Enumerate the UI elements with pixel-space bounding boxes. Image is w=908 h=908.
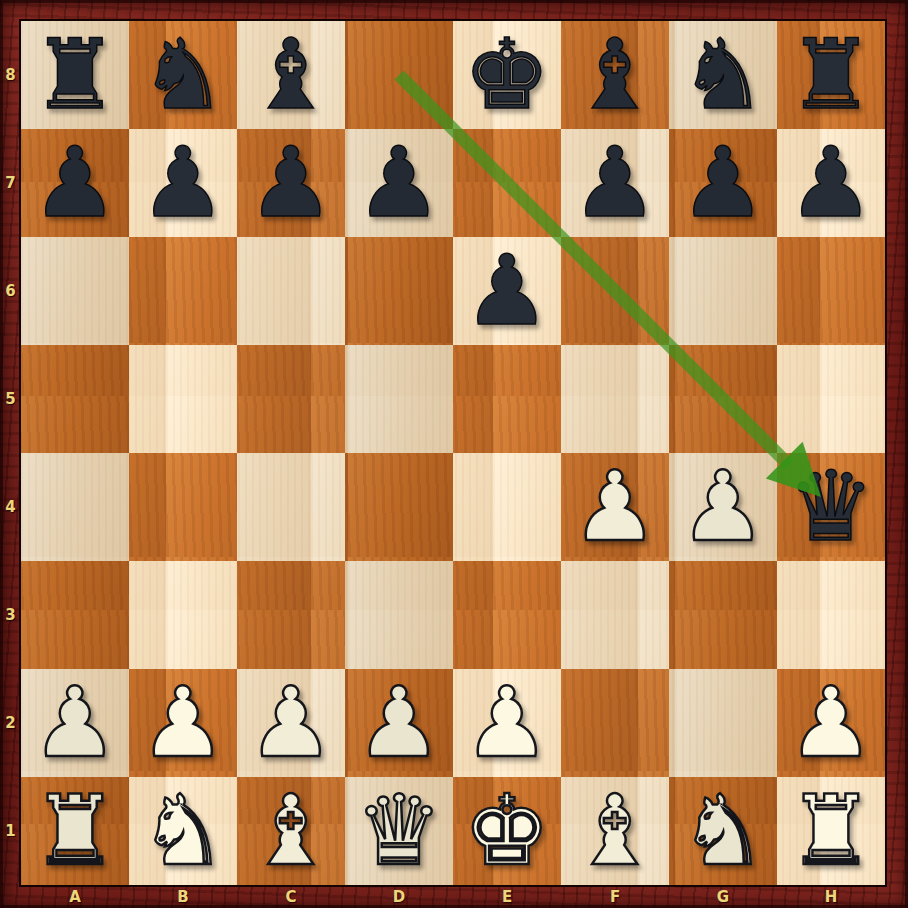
square-f5[interactable] [561,345,669,453]
square-g8[interactable]: ♞ [669,21,777,129]
piece-white-bishop[interactable]: ♝ [248,777,335,885]
rank-label-2: 2 [0,669,21,777]
square-c3[interactable] [237,561,345,669]
piece-black-pawn[interactable]: ♟ [356,129,443,237]
square-c8[interactable]: ♝ [237,21,345,129]
square-h3[interactable] [777,561,885,669]
square-a7[interactable]: ♟ [21,129,129,237]
rank-label-3: 3 [0,561,21,669]
piece-black-pawn[interactable]: ♟ [32,129,119,237]
piece-black-pawn[interactable]: ♟ [572,129,659,237]
square-b8[interactable]: ♞ [129,21,237,129]
piece-black-king[interactable]: ♚ [464,21,551,129]
square-d1[interactable]: ♛ [345,777,453,885]
piece-white-pawn[interactable]: ♟ [464,669,551,777]
square-g7[interactable]: ♟ [669,129,777,237]
piece-black-pawn[interactable]: ♟ [788,129,875,237]
square-f7[interactable]: ♟ [561,129,669,237]
file-label-f: F [561,885,669,908]
square-e1[interactable]: ♚ [453,777,561,885]
square-g6[interactable] [669,237,777,345]
piece-black-knight[interactable]: ♞ [680,21,767,129]
square-d3[interactable] [345,561,453,669]
rank-label-8: 8 [0,21,21,129]
piece-white-pawn[interactable]: ♟ [140,669,227,777]
square-f2[interactable] [561,669,669,777]
square-a4[interactable] [21,453,129,561]
square-b3[interactable] [129,561,237,669]
piece-white-pawn[interactable]: ♟ [788,669,875,777]
piece-white-knight[interactable]: ♞ [680,777,767,885]
square-d7[interactable]: ♟ [345,129,453,237]
square-g4[interactable]: ♟ [669,453,777,561]
rank-label-1: 1 [0,777,21,885]
square-h8[interactable]: ♜ [777,21,885,129]
square-d8[interactable] [345,21,453,129]
piece-black-pawn[interactable]: ♟ [464,237,551,345]
file-label-c: C [237,885,345,908]
file-label-g: G [669,885,777,908]
square-g2[interactable] [669,669,777,777]
piece-black-pawn[interactable]: ♟ [140,129,227,237]
square-f4[interactable]: ♟ [561,453,669,561]
square-h1[interactable]: ♜ [777,777,885,885]
square-f3[interactable] [561,561,669,669]
piece-white-pawn[interactable]: ♟ [356,669,443,777]
square-b1[interactable]: ♞ [129,777,237,885]
piece-black-bishop[interactable]: ♝ [248,21,335,129]
square-e6[interactable]: ♟ [453,237,561,345]
square-g3[interactable] [669,561,777,669]
piece-white-queen[interactable]: ♛ [356,777,443,885]
square-f8[interactable]: ♝ [561,21,669,129]
file-label-e: E [453,885,561,908]
square-h2[interactable]: ♟ [777,669,885,777]
piece-white-pawn[interactable]: ♟ [680,453,767,561]
square-d6[interactable] [345,237,453,345]
square-f6[interactable] [561,237,669,345]
square-a6[interactable] [21,237,129,345]
square-h5[interactable] [777,345,885,453]
piece-black-bishop[interactable]: ♝ [572,21,659,129]
piece-black-pawn[interactable]: ♟ [248,129,335,237]
square-a1[interactable]: ♜ [21,777,129,885]
square-e2[interactable]: ♟ [453,669,561,777]
square-g1[interactable]: ♞ [669,777,777,885]
rank-label-7: 7 [0,129,21,237]
piece-white-rook[interactable]: ♜ [32,777,119,885]
square-h6[interactable] [777,237,885,345]
square-f1[interactable]: ♝ [561,777,669,885]
square-b6[interactable] [129,237,237,345]
square-b4[interactable] [129,453,237,561]
file-label-d: D [345,885,453,908]
square-c1[interactable]: ♝ [237,777,345,885]
rank-label-5: 5 [0,345,21,453]
square-d5[interactable] [345,345,453,453]
piece-white-king[interactable]: ♚ [464,777,551,885]
square-a3[interactable] [21,561,129,669]
square-h4[interactable]: ♛ [777,453,885,561]
chess-board-frame: ♜♞♝♚♝♞♜♟♟♟♟♟♟♟♟♟♟♛♟♟♟♟♟♟♜♞♝♛♚♝♞♜ 8765432… [0,0,908,908]
square-d2[interactable]: ♟ [345,669,453,777]
piece-black-pawn[interactable]: ♟ [680,129,767,237]
rank-label-4: 4 [0,453,21,561]
square-a8[interactable]: ♜ [21,21,129,129]
square-b5[interactable] [129,345,237,453]
square-a2[interactable]: ♟ [21,669,129,777]
square-c2[interactable]: ♟ [237,669,345,777]
piece-white-bishop[interactable]: ♝ [572,777,659,885]
square-e3[interactable] [453,561,561,669]
piece-white-pawn[interactable]: ♟ [572,453,659,561]
square-a5[interactable] [21,345,129,453]
piece-white-rook[interactable]: ♜ [788,777,875,885]
square-e8[interactable]: ♚ [453,21,561,129]
piece-white-knight[interactable]: ♞ [140,777,227,885]
file-label-h: H [777,885,885,908]
square-h7[interactable]: ♟ [777,129,885,237]
square-e4[interactable] [453,453,561,561]
square-g5[interactable] [669,345,777,453]
square-c7[interactable]: ♟ [237,129,345,237]
square-c6[interactable] [237,237,345,345]
file-label-b: B [129,885,237,908]
piece-white-pawn[interactable]: ♟ [32,669,119,777]
square-e5[interactable] [453,345,561,453]
piece-black-rook[interactable]: ♜ [32,21,119,129]
square-e7[interactable] [453,129,561,237]
piece-black-knight[interactable]: ♞ [140,21,227,129]
piece-black-rook[interactable]: ♜ [788,21,875,129]
rank-label-6: 6 [0,237,21,345]
square-c5[interactable] [237,345,345,453]
square-b7[interactable]: ♟ [129,129,237,237]
chess-board: ♜♞♝♚♝♞♜♟♟♟♟♟♟♟♟♟♟♛♟♟♟♟♟♟♜♞♝♛♚♝♞♜ [21,21,885,885]
square-d4[interactable] [345,453,453,561]
piece-white-pawn[interactable]: ♟ [248,669,335,777]
file-label-a: A [21,885,129,908]
square-c4[interactable] [237,453,345,561]
piece-black-queen[interactable]: ♛ [788,453,875,561]
square-b2[interactable]: ♟ [129,669,237,777]
